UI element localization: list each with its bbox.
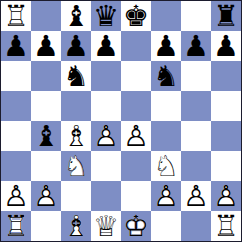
black-knight-glyph: ♞: [151, 61, 181, 91]
square-h5[interactable]: [211, 91, 241, 121]
square-g5[interactable]: [181, 91, 211, 121]
white-king-e1[interactable]: ♚♔: [121, 211, 151, 241]
square-f5[interactable]: [151, 91, 181, 121]
white-pawn-outline-glyph: ♙: [121, 121, 151, 151]
black-king-e8[interactable]: ♚: [121, 1, 151, 31]
black-queen-glyph: ♛: [91, 1, 121, 31]
square-e7[interactable]: [121, 31, 151, 61]
square-a7[interactable]: ♟: [1, 31, 31, 61]
square-d1[interactable]: ♛♕: [91, 211, 121, 241]
white-rook-a1[interactable]: ♜♖: [1, 211, 31, 241]
square-h1[interactable]: ♜♖: [211, 211, 241, 241]
black-knight-f6[interactable]: ♞: [151, 61, 181, 91]
square-f1[interactable]: [151, 211, 181, 241]
black-pawn-glyph: ♟: [151, 31, 181, 61]
square-c5[interactable]: [61, 91, 91, 121]
square-b8[interactable]: [31, 1, 61, 31]
black-pawn-b7[interactable]: ♟: [31, 31, 61, 61]
black-king-glyph: ♚: [121, 1, 151, 31]
square-f4[interactable]: [151, 121, 181, 151]
square-a1[interactable]: ♜♖: [1, 211, 31, 241]
square-g3[interactable]: [181, 151, 211, 181]
black-pawn-c7[interactable]: ♟: [61, 31, 91, 61]
square-c2[interactable]: [61, 181, 91, 211]
square-h2[interactable]: ♟♙: [211, 181, 241, 211]
square-f6[interactable]: ♞: [151, 61, 181, 91]
black-pawn-glyph: ♟: [181, 31, 211, 61]
white-rook-outline-glyph: ♖: [211, 211, 241, 241]
black-pawn-a7[interactable]: ♟: [1, 31, 31, 61]
square-d2[interactable]: [91, 181, 121, 211]
white-rook-outline-glyph: ♖: [1, 211, 31, 241]
square-a8[interactable]: ♜♖: [1, 1, 31, 31]
white-pawn-a2[interactable]: ♟♙: [1, 181, 31, 211]
white-pawn-outline-glyph: ♙: [31, 181, 61, 211]
square-e3[interactable]: [121, 151, 151, 181]
white-knight-outline-glyph: ♘: [151, 151, 181, 181]
square-d7[interactable]: ♟: [91, 31, 121, 61]
black-knight-glyph: ♞: [61, 61, 91, 91]
white-king-outline-glyph: ♔: [121, 211, 151, 241]
square-c8[interactable]: ♝: [61, 1, 91, 31]
square-b5[interactable]: [31, 91, 61, 121]
square-b1[interactable]: [31, 211, 61, 241]
white-bishop-outline-glyph: ♗: [61, 121, 91, 151]
square-d6[interactable]: [91, 61, 121, 91]
square-e8[interactable]: ♚: [121, 1, 151, 31]
square-e4[interactable]: ♟♙: [121, 121, 151, 151]
square-h6[interactable]: [211, 61, 241, 91]
black-pawn-h7[interactable]: ♟: [211, 31, 241, 61]
white-bishop-outline-glyph: ♗: [61, 211, 91, 241]
black-pawn-d7[interactable]: ♟: [91, 31, 121, 61]
square-g2[interactable]: ♟♙: [181, 181, 211, 211]
square-c7[interactable]: ♟: [61, 31, 91, 61]
square-a3[interactable]: [1, 151, 31, 181]
square-h4[interactable]: [211, 121, 241, 151]
white-bishop-c4[interactable]: ♝♗: [61, 121, 91, 151]
black-bishop-b4[interactable]: ♝: [31, 121, 61, 151]
black-pawn-g7[interactable]: ♟: [181, 31, 211, 61]
square-g6[interactable]: [181, 61, 211, 91]
white-pawn-b2[interactable]: ♟♙: [31, 181, 61, 211]
square-g1[interactable]: [181, 211, 211, 241]
square-g8[interactable]: [181, 1, 211, 31]
square-g4[interactable]: [181, 121, 211, 151]
square-b6[interactable]: [31, 61, 61, 91]
white-knight-outline-glyph: ♘: [61, 151, 91, 181]
black-queen-d8[interactable]: ♛: [91, 1, 121, 31]
white-rook-h1[interactable]: ♜♖: [211, 211, 241, 241]
white-rook-outline-glyph: ♖: [1, 1, 31, 31]
white-pawn-g2[interactable]: ♟♙: [181, 181, 211, 211]
square-e2[interactable]: [121, 181, 151, 211]
white-knight-c3[interactable]: ♞♘: [61, 151, 91, 181]
white-pawn-outline-glyph: ♙: [91, 121, 121, 151]
black-pawn-f7[interactable]: ♟: [151, 31, 181, 61]
white-queen-d1[interactable]: ♛♕: [91, 211, 121, 241]
black-rook-h8[interactable]: ♜: [211, 1, 241, 31]
square-c1[interactable]: ♝♗: [61, 211, 91, 241]
black-bishop-glyph: ♝: [31, 121, 61, 151]
chess-board: ♜♖♝♛♚♜♟♟♟♟♟♟♟♞♞♝♝♗♟♙♟♙♞♘♞♘♟♙♟♙♟♙♟♙♟♙♜♖♝♗…: [0, 0, 242, 242]
square-d4[interactable]: ♟♙: [91, 121, 121, 151]
white-pawn-e4[interactable]: ♟♙: [121, 121, 151, 151]
white-pawn-outline-glyph: ♙: [181, 181, 211, 211]
square-b3[interactable]: [31, 151, 61, 181]
black-pawn-glyph: ♟: [61, 31, 91, 61]
square-c6[interactable]: ♞: [61, 61, 91, 91]
square-b4[interactable]: ♝: [31, 121, 61, 151]
black-pawn-glyph: ♟: [91, 31, 121, 61]
white-pawn-d4[interactable]: ♟♙: [91, 121, 121, 151]
square-f7[interactable]: ♟: [151, 31, 181, 61]
square-e6[interactable]: [121, 61, 151, 91]
black-rook-glyph: ♜: [211, 1, 241, 31]
square-f8[interactable]: [151, 1, 181, 31]
white-pawn-outline-glyph: ♙: [151, 181, 181, 211]
square-g7[interactable]: ♟: [181, 31, 211, 61]
square-b2[interactable]: ♟♙: [31, 181, 61, 211]
black-pawn-glyph: ♟: [211, 31, 241, 61]
square-e5[interactable]: [121, 91, 151, 121]
white-bishop-c1[interactable]: ♝♗: [61, 211, 91, 241]
black-knight-c6[interactable]: ♞: [61, 61, 91, 91]
square-c4[interactable]: ♝♗: [61, 121, 91, 151]
black-bishop-glyph: ♝: [61, 1, 91, 31]
white-pawn-h2[interactable]: ♟♙: [211, 181, 241, 211]
white-pawn-outline-glyph: ♙: [1, 181, 31, 211]
chess-board-container: ♜♖♝♛♚♜♟♟♟♟♟♟♟♞♞♝♝♗♟♙♟♙♞♘♞♘♟♙♟♙♟♙♟♙♟♙♜♖♝♗…: [0, 0, 242, 242]
square-d3[interactable]: [91, 151, 121, 181]
square-c3[interactable]: ♞♘: [61, 151, 91, 181]
square-a5[interactable]: [1, 91, 31, 121]
square-e1[interactable]: ♚♔: [121, 211, 151, 241]
square-d5[interactable]: [91, 91, 121, 121]
square-f3[interactable]: ♞♘: [151, 151, 181, 181]
square-h7[interactable]: ♟: [211, 31, 241, 61]
square-d8[interactable]: ♛: [91, 1, 121, 31]
square-f2[interactable]: ♟♙: [151, 181, 181, 211]
white-pawn-f2[interactable]: ♟♙: [151, 181, 181, 211]
white-queen-outline-glyph: ♕: [91, 211, 121, 241]
black-pawn-glyph: ♟: [31, 31, 61, 61]
square-a2[interactable]: ♟♙: [1, 181, 31, 211]
square-h3[interactable]: [211, 151, 241, 181]
white-knight-f3[interactable]: ♞♘: [151, 151, 181, 181]
square-h8[interactable]: ♜: [211, 1, 241, 31]
square-a4[interactable]: [1, 121, 31, 151]
square-b7[interactable]: ♟: [31, 31, 61, 61]
white-pawn-outline-glyph: ♙: [211, 181, 241, 211]
black-bishop-c8[interactable]: ♝: [61, 1, 91, 31]
white-rook-a8[interactable]: ♜♖: [1, 1, 31, 31]
square-a6[interactable]: [1, 61, 31, 91]
black-pawn-glyph: ♟: [1, 31, 31, 61]
